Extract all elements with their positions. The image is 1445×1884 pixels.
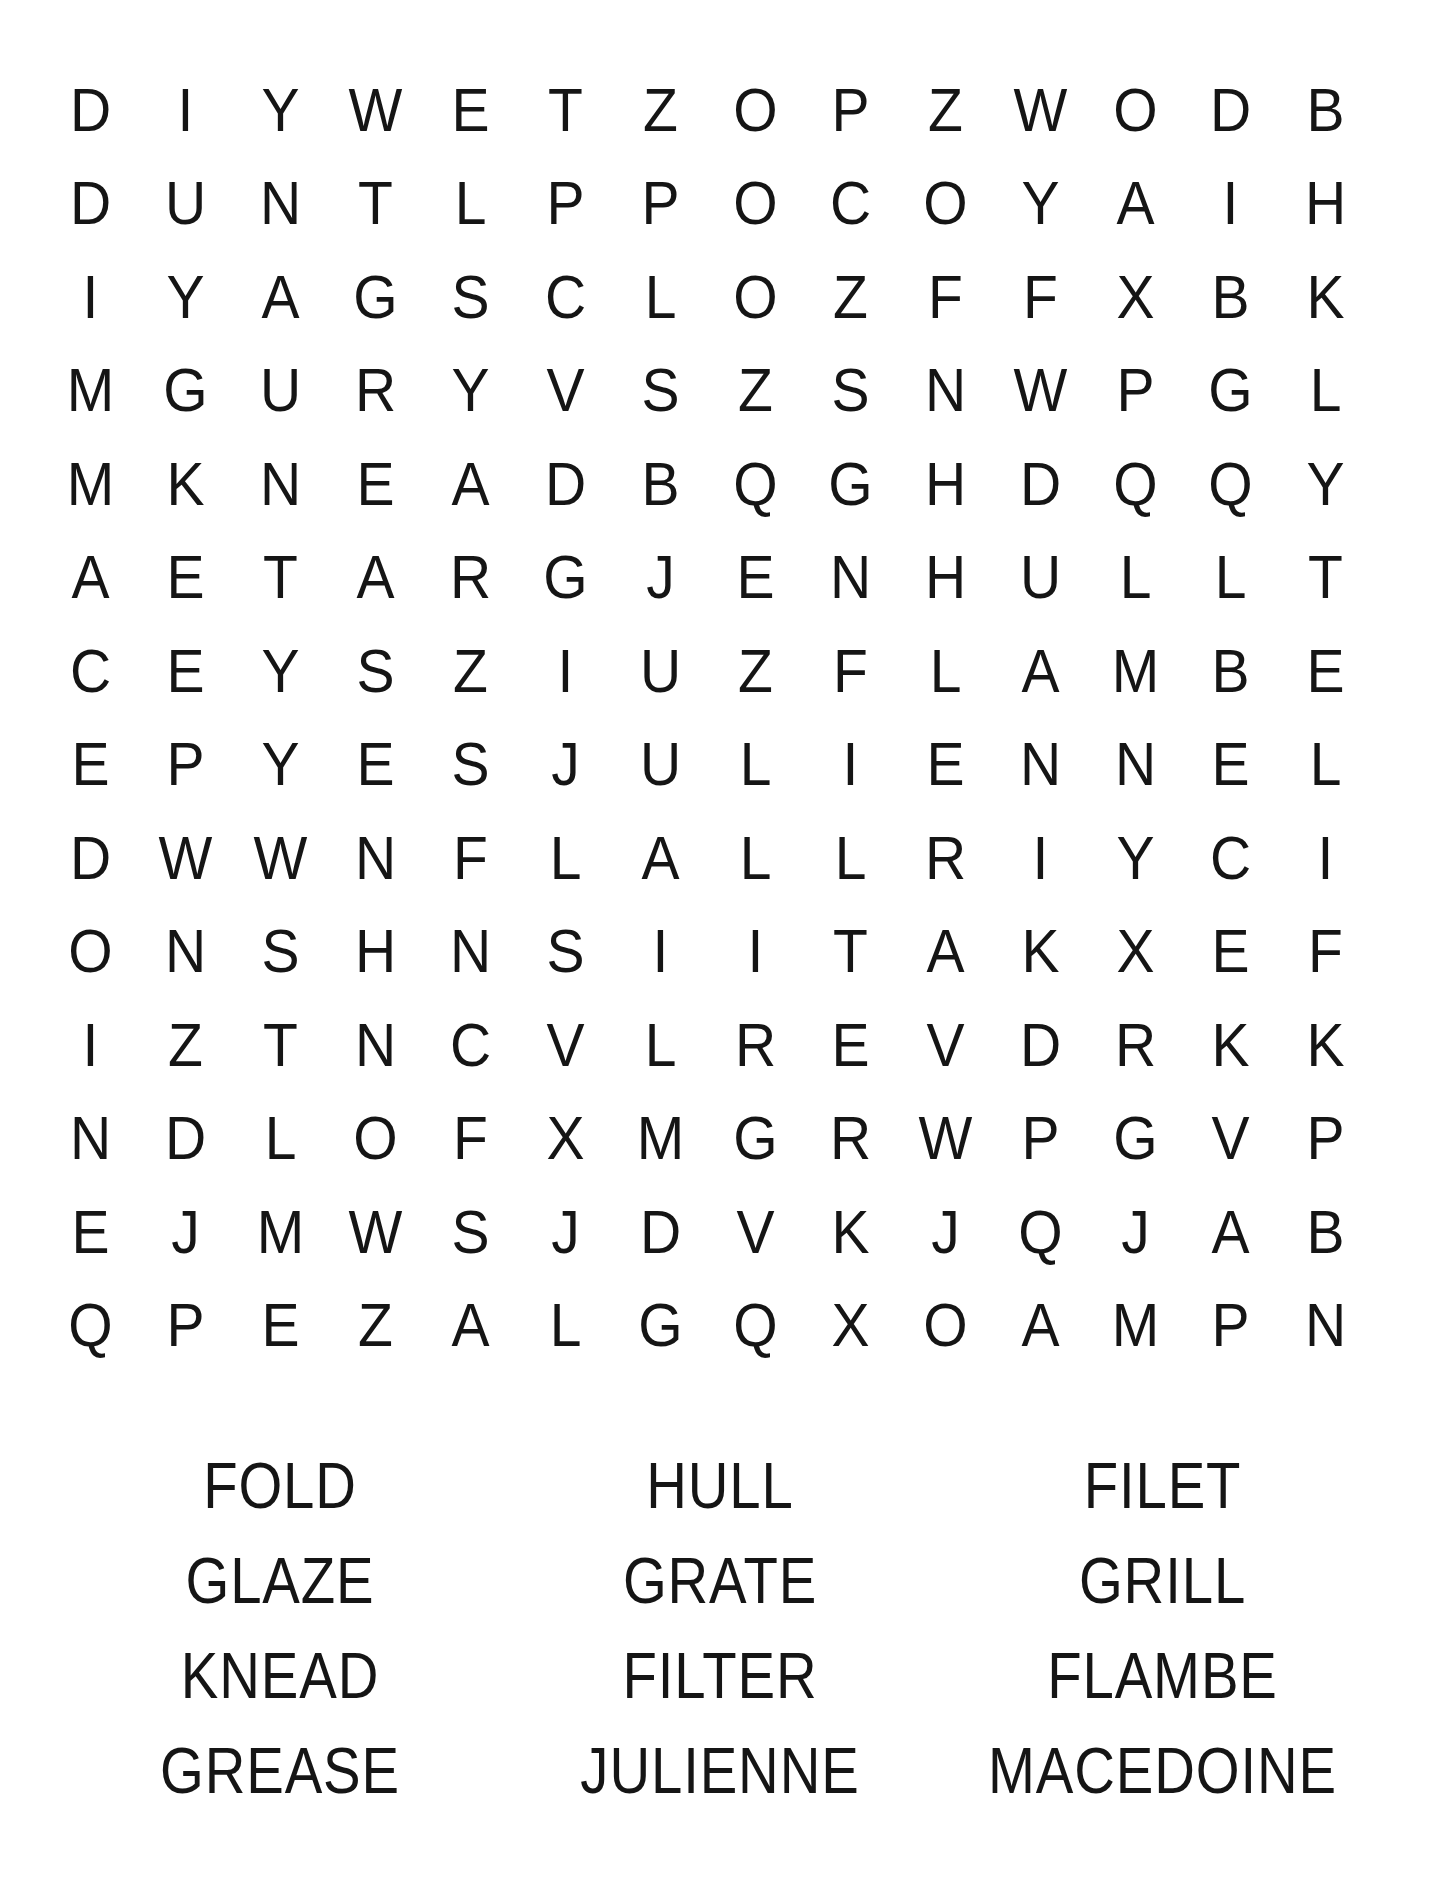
grid-cell: E: [47, 718, 134, 812]
grid-cell: T: [332, 157, 419, 251]
word-list-item: FILET: [967, 1438, 1359, 1533]
grid-cell: Y: [1092, 811, 1179, 905]
grid-cell: I: [1282, 811, 1369, 905]
grid-cell: B: [617, 437, 704, 531]
grid-cell: X: [522, 1092, 609, 1186]
grid-cell: N: [807, 531, 894, 625]
grid-cell: G: [1092, 1092, 1179, 1186]
grid-cell: E: [1187, 905, 1274, 999]
word-list-item: FLAMBE: [967, 1628, 1359, 1723]
grid-cell: C: [807, 157, 894, 251]
word-list-item: JULIENNE: [526, 1723, 913, 1818]
grid-cell: S: [807, 344, 894, 438]
grid-cell: Z: [142, 998, 229, 1092]
grid-cell: U: [617, 624, 704, 718]
grid-cell: X: [1092, 250, 1179, 344]
grid-cell: L: [522, 1279, 609, 1373]
grid-cell: D: [617, 1185, 704, 1279]
grid-cell: S: [427, 1185, 514, 1279]
grid-cell: O: [902, 1279, 989, 1373]
grid-cell: I: [47, 998, 134, 1092]
grid-cell: Y: [237, 63, 324, 157]
grid-cell: R: [712, 998, 799, 1092]
grid-cell: O: [712, 63, 799, 157]
grid-cell: A: [237, 250, 324, 344]
grid-cell: N: [332, 998, 419, 1092]
grid-cell: Y: [427, 344, 514, 438]
grid-cell: F: [1282, 905, 1369, 999]
grid-cell: S: [522, 905, 609, 999]
word-list-item: GRILL: [967, 1533, 1359, 1628]
grid-cell: P: [617, 157, 704, 251]
grid-cell: M: [47, 437, 134, 531]
grid-cell: T: [237, 998, 324, 1092]
grid-cell: R: [427, 531, 514, 625]
grid-cell: L: [1092, 531, 1179, 625]
grid-cell: S: [427, 250, 514, 344]
grid-cell: E: [237, 1279, 324, 1373]
grid-cell: D: [47, 157, 134, 251]
grid-cell: T: [237, 531, 324, 625]
grid-cell: C: [1187, 811, 1274, 905]
grid-cell: P: [142, 718, 229, 812]
grid-cell: S: [427, 718, 514, 812]
grid-cell: N: [1092, 718, 1179, 812]
word-list-item: FOLD: [86, 1438, 473, 1533]
grid-cell: A: [332, 531, 419, 625]
grid-cell: E: [902, 718, 989, 812]
grid-cell: L: [237, 1092, 324, 1186]
grid-cell: J: [617, 531, 704, 625]
grid-cell: D: [997, 437, 1084, 531]
grid-cell: U: [617, 718, 704, 812]
grid-cell: K: [1282, 250, 1369, 344]
grid-cell: A: [47, 531, 134, 625]
grid-cell: E: [1282, 624, 1369, 718]
grid-cell: L: [1187, 531, 1274, 625]
grid-cell: N: [47, 1092, 134, 1186]
grid-cell: W: [997, 344, 1084, 438]
grid-cell: H: [902, 531, 989, 625]
grid-cell: N: [427, 905, 514, 999]
grid-cell: W: [332, 63, 419, 157]
grid-cell: D: [997, 998, 1084, 1092]
grid-cell: D: [1187, 63, 1274, 157]
grid-cell: G: [807, 437, 894, 531]
grid-cell: H: [1282, 157, 1369, 251]
grid-cell: D: [522, 437, 609, 531]
grid-cell: T: [1282, 531, 1369, 625]
grid-cell: A: [1187, 1185, 1274, 1279]
grid-cell: T: [522, 63, 609, 157]
grid-cell: F: [997, 250, 1084, 344]
grid-cell: D: [47, 811, 134, 905]
grid-cell: C: [47, 624, 134, 718]
grid-cell: W: [332, 1185, 419, 1279]
grid-cell: I: [1187, 157, 1274, 251]
grid-cell: O: [712, 157, 799, 251]
grid-cell: Y: [1282, 437, 1369, 531]
grid-cell: Q: [997, 1185, 1084, 1279]
grid-cell: J: [522, 1185, 609, 1279]
grid-cell: Z: [617, 63, 704, 157]
grid-cell: Q: [1187, 437, 1274, 531]
grid-cell: A: [617, 811, 704, 905]
grid-cell: S: [617, 344, 704, 438]
grid-cell: E: [142, 624, 229, 718]
grid-cell: O: [1092, 63, 1179, 157]
grid-cell: O: [332, 1092, 419, 1186]
grid-cell: I: [997, 811, 1084, 905]
word-list-item: KNEAD: [86, 1628, 473, 1723]
grid-cell: A: [997, 624, 1084, 718]
word-list: FOLDHULLFILETGLAZEGRATEGRILLKNEADFILTERF…: [60, 1438, 1385, 1818]
word-list-item: GREASE: [86, 1723, 473, 1818]
grid-cell: K: [1187, 998, 1274, 1092]
grid-cell: Q: [47, 1279, 134, 1373]
grid-cell: Z: [427, 624, 514, 718]
grid-cell: U: [142, 157, 229, 251]
grid-cell: W: [237, 811, 324, 905]
grid-cell: G: [712, 1092, 799, 1186]
grid-cell: C: [522, 250, 609, 344]
grid-cell: K: [1282, 998, 1369, 1092]
grid-cell: I: [522, 624, 609, 718]
grid-cell: M: [47, 344, 134, 438]
grid-cell: P: [1282, 1092, 1369, 1186]
grid-cell: L: [712, 718, 799, 812]
grid-cell: E: [1187, 718, 1274, 812]
grid-cell: F: [427, 811, 514, 905]
grid-cell: M: [1092, 624, 1179, 718]
grid-cell: U: [237, 344, 324, 438]
grid-cell: X: [1092, 905, 1179, 999]
grid-cell: I: [712, 905, 799, 999]
grid-cell: Z: [332, 1279, 419, 1373]
grid-cell: G: [1187, 344, 1274, 438]
grid-cell: K: [142, 437, 229, 531]
grid-cell: Z: [712, 624, 799, 718]
grid-cell: W: [142, 811, 229, 905]
grid-cell: P: [522, 157, 609, 251]
grid-cell: R: [807, 1092, 894, 1186]
grid-cell: V: [522, 998, 609, 1092]
grid-cell: L: [1282, 344, 1369, 438]
grid-cell: P: [1187, 1279, 1274, 1373]
grid-cell: J: [142, 1185, 229, 1279]
grid-cell: J: [522, 718, 609, 812]
grid-cell: E: [712, 531, 799, 625]
grid-cell: P: [142, 1279, 229, 1373]
worksheet-page: DIYWETZOPZWODBDUNTLPPOCOYAIHIYAGSCLOZFFX…: [0, 0, 1445, 1884]
grid-cell: B: [1187, 250, 1274, 344]
grid-cell: Q: [1092, 437, 1179, 531]
grid-cell: H: [332, 905, 419, 999]
grid-cell: E: [807, 998, 894, 1092]
grid-cell: T: [807, 905, 894, 999]
grid-cell: Q: [712, 437, 799, 531]
grid-cell: Z: [807, 250, 894, 344]
grid-cell: V: [902, 998, 989, 1092]
grid-cell: U: [997, 531, 1084, 625]
grid-cell: P: [1092, 344, 1179, 438]
grid-cell: R: [332, 344, 419, 438]
grid-cell: L: [807, 811, 894, 905]
grid-cell: L: [617, 250, 704, 344]
grid-cell: V: [1187, 1092, 1274, 1186]
grid-cell: N: [997, 718, 1084, 812]
grid-cell: A: [997, 1279, 1084, 1373]
grid-cell: N: [142, 905, 229, 999]
grid-cell: N: [237, 437, 324, 531]
grid-cell: Y: [237, 624, 324, 718]
grid-cell: O: [712, 250, 799, 344]
grid-cell: M: [617, 1092, 704, 1186]
grid-cell: A: [1092, 157, 1179, 251]
grid-cell: F: [807, 624, 894, 718]
grid-cell: N: [237, 157, 324, 251]
grid-cell: Y: [142, 250, 229, 344]
grid-cell: J: [902, 1185, 989, 1279]
grid-cell: M: [1092, 1279, 1179, 1373]
grid-cell: F: [427, 1092, 514, 1186]
grid-cell: N: [332, 811, 419, 905]
grid-cell: L: [427, 157, 514, 251]
grid-cell: Z: [902, 63, 989, 157]
grid-cell: L: [902, 624, 989, 718]
grid-cell: Y: [997, 157, 1084, 251]
grid-cell: W: [997, 63, 1084, 157]
grid-cell: Y: [237, 718, 324, 812]
grid-cell: B: [1282, 63, 1369, 157]
grid-cell: S: [237, 905, 324, 999]
grid-cell: D: [142, 1092, 229, 1186]
grid-cell: L: [522, 811, 609, 905]
grid-cell: K: [997, 905, 1084, 999]
grid-cell: G: [332, 250, 419, 344]
grid-cell: N: [1282, 1279, 1369, 1373]
grid-cell: V: [522, 344, 609, 438]
grid-cell: E: [427, 63, 514, 157]
grid-cell: Z: [712, 344, 799, 438]
grid-cell: C: [427, 998, 514, 1092]
grid-cell: W: [902, 1092, 989, 1186]
letter-grid: DIYWETZOPZWODBDUNTLPPOCOYAIHIYAGSCLOZFFX…: [43, 63, 1373, 1372]
grid-cell: O: [47, 905, 134, 999]
word-list-item: HULL: [526, 1438, 913, 1533]
grid-cell: A: [427, 1279, 514, 1373]
grid-cell: M: [237, 1185, 324, 1279]
grid-cell: V: [712, 1185, 799, 1279]
grid-cell: I: [142, 63, 229, 157]
grid-cell: G: [522, 531, 609, 625]
grid-cell: F: [902, 250, 989, 344]
grid-cell: L: [617, 998, 704, 1092]
grid-cell: D: [47, 63, 134, 157]
word-list-item: MACEDOINE: [967, 1723, 1359, 1818]
grid-cell: S: [332, 624, 419, 718]
grid-cell: J: [1092, 1185, 1179, 1279]
grid-cell: E: [332, 437, 419, 531]
grid-cell: E: [332, 718, 419, 812]
grid-cell: H: [902, 437, 989, 531]
grid-cell: K: [807, 1185, 894, 1279]
grid-cell: B: [1282, 1185, 1369, 1279]
grid-cell: X: [807, 1279, 894, 1373]
grid-cell: E: [47, 1185, 134, 1279]
grid-cell: G: [142, 344, 229, 438]
word-list-item: FILTER: [526, 1628, 913, 1723]
grid-cell: R: [1092, 998, 1179, 1092]
word-list-item: GLAZE: [86, 1533, 473, 1628]
grid-cell: P: [997, 1092, 1084, 1186]
grid-cell: G: [617, 1279, 704, 1373]
grid-cell: P: [807, 63, 894, 157]
grid-cell: I: [47, 250, 134, 344]
grid-cell: A: [902, 905, 989, 999]
grid-cell: L: [712, 811, 799, 905]
grid-cell: I: [807, 718, 894, 812]
grid-cell: I: [617, 905, 704, 999]
grid-cell: R: [902, 811, 989, 905]
grid-cell: Q: [712, 1279, 799, 1373]
word-list-item: GRATE: [526, 1533, 913, 1628]
grid-cell: E: [142, 531, 229, 625]
grid-cell: O: [902, 157, 989, 251]
grid-cell: L: [1282, 718, 1369, 812]
grid-cell: N: [902, 344, 989, 438]
grid-cell: A: [427, 437, 514, 531]
grid-cell: B: [1187, 624, 1274, 718]
